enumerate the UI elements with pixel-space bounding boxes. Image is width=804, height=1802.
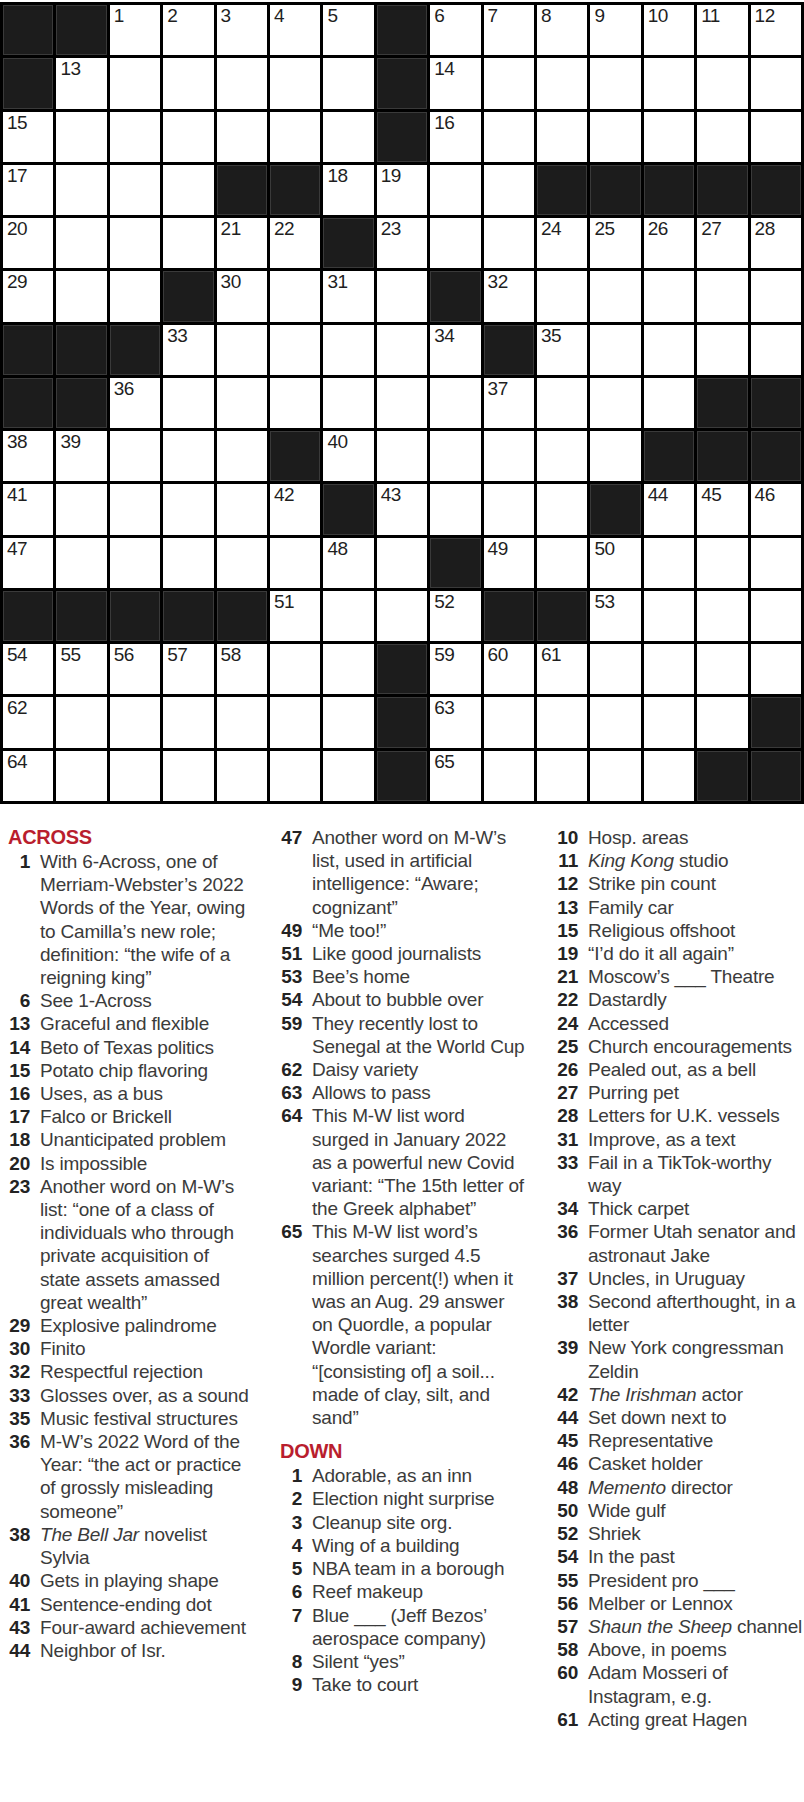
clue-number: 6 (8, 989, 30, 1012)
letter-cell[interactable]: 28 (751, 218, 801, 268)
cell-number: 39 (60, 431, 80, 453)
letter-cell[interactable] (590, 325, 640, 375)
letter-cell[interactable] (697, 644, 747, 694)
clue: 6Reef makeup (280, 1580, 526, 1603)
letter-cell[interactable] (270, 697, 320, 747)
clue-number: 39 (556, 1336, 578, 1382)
clue: 47Another word on M-W’s list, used in ar… (280, 826, 526, 919)
clue: 44Neighbor of Isr. (8, 1639, 250, 1662)
letter-cell[interactable]: 58 (217, 644, 267, 694)
block-cell (697, 431, 747, 481)
letter-cell[interactable]: 59 (430, 644, 480, 694)
letter-cell[interactable]: 42 (270, 484, 320, 534)
clue: 43Four-award achievement (8, 1616, 250, 1639)
letter-cell[interactable] (377, 591, 427, 641)
letter-cell[interactable] (590, 271, 640, 321)
letter-cell[interactable] (697, 271, 747, 321)
clue-number: 31 (556, 1128, 578, 1151)
letter-cell[interactable] (110, 484, 160, 534)
clue-number: 13 (8, 1012, 30, 1035)
letter-cell[interactable] (110, 271, 160, 321)
clue-number: 50 (556, 1499, 578, 1522)
letter-cell[interactable]: 65 (430, 751, 480, 801)
clue-number: 54 (280, 988, 302, 1011)
clue: 52Shriek (556, 1522, 804, 1545)
clue: 62Daisy variety (280, 1058, 526, 1081)
letter-cell[interactable]: 15 (3, 112, 53, 162)
block-cell (110, 325, 160, 375)
clue-text: Election night surprise (312, 1487, 526, 1510)
letter-cell[interactable] (484, 165, 534, 215)
crossword-grid: 1234567891011121314151617181920212223242… (0, 2, 804, 804)
letter-cell[interactable]: 33 (163, 325, 213, 375)
clue-number: 38 (556, 1290, 578, 1336)
cell-number: 62 (7, 697, 27, 719)
cell-number: 38 (7, 431, 27, 453)
clue-text: Blue ___ (Jeff Bezos’ aerospace company) (312, 1604, 526, 1650)
letter-cell[interactable] (217, 484, 267, 534)
letter-cell[interactable] (644, 58, 694, 108)
letter-cell[interactable]: 19 (377, 165, 427, 215)
clue-number: 57 (556, 1615, 578, 1638)
letter-cell[interactable]: 62 (3, 697, 53, 747)
letter-cell[interactable] (56, 697, 106, 747)
letter-cell[interactable] (377, 538, 427, 588)
letter-cell[interactable] (217, 751, 267, 801)
letter-cell[interactable] (270, 644, 320, 694)
letter-cell[interactable] (484, 431, 534, 481)
letter-cell[interactable]: 21 (217, 218, 267, 268)
letter-cell[interactable] (56, 751, 106, 801)
clue: 6See 1-Across (8, 989, 250, 1012)
letter-cell[interactable] (270, 751, 320, 801)
block-cell (3, 325, 53, 375)
letter-cell[interactable] (537, 538, 587, 588)
letter-cell[interactable] (751, 112, 801, 162)
cell-number: 14 (434, 58, 454, 80)
letter-cell[interactable] (110, 218, 160, 268)
clue-text: Former Utah senator and astronaut Jake (588, 1220, 804, 1266)
block-cell (751, 165, 801, 215)
clue-number: 43 (8, 1616, 30, 1639)
letter-cell[interactable]: 48 (323, 538, 373, 588)
letter-cell[interactable] (537, 112, 587, 162)
letter-cell[interactable] (590, 378, 640, 428)
letter-cell[interactable]: 51 (270, 591, 320, 641)
letter-cell[interactable] (217, 58, 267, 108)
letter-cell[interactable] (163, 218, 213, 268)
letter-cell[interactable] (323, 378, 373, 428)
clue-text: Family car (588, 896, 804, 919)
letter-cell[interactable] (430, 378, 480, 428)
letter-cell[interactable]: 1 (110, 5, 160, 55)
letter-cell[interactable]: 64 (3, 751, 53, 801)
letter-cell[interactable]: 29 (3, 271, 53, 321)
letter-cell[interactable] (430, 218, 480, 268)
letter-cell[interactable] (163, 431, 213, 481)
letter-cell[interactable]: 18 (323, 165, 373, 215)
clue-text: Like good journalists (312, 942, 526, 965)
clue-text: Music festival structures (40, 1407, 250, 1430)
clue-text: Unanticipated problem (40, 1128, 250, 1151)
letter-cell[interactable] (110, 697, 160, 747)
clue-number: 8 (280, 1650, 302, 1673)
letter-cell[interactable] (697, 112, 747, 162)
letter-cell[interactable]: 25 (590, 218, 640, 268)
block-cell (430, 538, 480, 588)
letter-cell[interactable]: 49 (484, 538, 534, 588)
letter-cell[interactable] (163, 58, 213, 108)
letter-cell[interactable] (484, 751, 534, 801)
clue: 3Cleanup site org. (280, 1511, 526, 1534)
cell-number: 1 (114, 5, 124, 27)
letter-cell[interactable] (323, 112, 373, 162)
clue: 33Fail in a TikTok-worthy way (556, 1151, 804, 1197)
letter-cell[interactable] (377, 378, 427, 428)
clue-text: King Kong studio (588, 849, 804, 872)
clue-text: In the past (588, 1545, 804, 1568)
letter-cell[interactable] (270, 271, 320, 321)
letter-cell[interactable] (644, 751, 694, 801)
block-cell (163, 271, 213, 321)
letter-cell[interactable]: 38 (3, 431, 53, 481)
letter-cell[interactable]: 56 (110, 644, 160, 694)
clue: 41Sentence-ending dot (8, 1593, 250, 1616)
letter-cell[interactable]: 20 (3, 218, 53, 268)
clue-text: Beto of Texas politics (40, 1036, 250, 1059)
clue-text: Pealed out, as a bell (588, 1058, 804, 1081)
letter-cell[interactable]: 12 (751, 5, 801, 55)
clue: 39New York congressman Zeldin (556, 1336, 804, 1382)
letter-cell[interactable] (163, 165, 213, 215)
clue-text: Letters for U.K. vessels (588, 1104, 804, 1127)
letter-cell[interactable] (323, 325, 373, 375)
cell-number: 47 (7, 538, 27, 560)
letter-cell[interactable]: 54 (3, 644, 53, 694)
letter-cell[interactable]: 7 (484, 5, 534, 55)
letter-cell[interactable] (751, 644, 801, 694)
clue-number: 23 (8, 1175, 30, 1314)
letter-cell[interactable] (323, 697, 373, 747)
clue-text: Daisy variety (312, 1058, 526, 1081)
letter-cell[interactable] (644, 271, 694, 321)
clue-text: Take to court (312, 1673, 526, 1696)
clue-number: 55 (556, 1569, 578, 1592)
cell-number: 54 (7, 644, 27, 666)
letter-cell[interactable] (110, 431, 160, 481)
clue-text: Gets in playing shape (40, 1569, 250, 1592)
clue: 1With 6-Across, one of Merriam-Webster’s… (8, 850, 250, 989)
clue-text: About to bubble over (312, 988, 526, 1011)
letter-cell[interactable] (270, 325, 320, 375)
cell-number: 21 (221, 218, 241, 240)
letter-cell[interactable] (644, 591, 694, 641)
letter-cell[interactable]: 60 (484, 644, 534, 694)
letter-cell[interactable]: 47 (3, 538, 53, 588)
letter-cell[interactable]: 11 (697, 5, 747, 55)
clue-number: 49 (280, 919, 302, 942)
letter-cell[interactable]: 39 (56, 431, 106, 481)
letter-cell[interactable] (751, 58, 801, 108)
clue-number: 12 (556, 872, 578, 895)
clue-number: 33 (8, 1384, 30, 1407)
letter-cell[interactable] (323, 751, 373, 801)
letter-cell[interactable] (537, 58, 587, 108)
letter-cell[interactable] (56, 112, 106, 162)
cell-number: 5 (327, 5, 337, 27)
letter-cell[interactable]: 9 (590, 5, 640, 55)
letter-cell[interactable] (110, 112, 160, 162)
letter-cell[interactable] (217, 431, 267, 481)
letter-cell[interactable] (270, 58, 320, 108)
letter-cell[interactable] (751, 325, 801, 375)
clue: 55President pro ___ (556, 1569, 804, 1592)
letter-cell[interactable] (323, 644, 373, 694)
letter-cell[interactable] (163, 484, 213, 534)
cell-number: 61 (541, 644, 561, 666)
clue-number: 1 (8, 850, 30, 989)
letter-cell[interactable]: 45 (697, 484, 747, 534)
letter-cell[interactable]: 32 (484, 271, 534, 321)
letter-cell[interactable] (56, 484, 106, 534)
block-cell (3, 591, 53, 641)
clue-number: 25 (556, 1035, 578, 1058)
letter-cell[interactable] (323, 591, 373, 641)
letter-cell[interactable] (537, 378, 587, 428)
clue: 13Family car (556, 896, 804, 919)
letter-cell[interactable] (56, 538, 106, 588)
clue-text: President pro ___ (588, 1569, 804, 1592)
letter-cell[interactable]: 17 (3, 165, 53, 215)
letter-cell[interactable] (590, 751, 640, 801)
letter-cell[interactable] (430, 165, 480, 215)
letter-cell[interactable] (590, 58, 640, 108)
letter-cell[interactable] (537, 751, 587, 801)
letter-cell[interactable] (217, 112, 267, 162)
letter-cell[interactable]: 24 (537, 218, 587, 268)
clue-text: Casket holder (588, 1452, 804, 1475)
clue-text: Church encouragements (588, 1035, 804, 1058)
letter-cell[interactable]: 26 (644, 218, 694, 268)
clue-number: 58 (556, 1638, 578, 1661)
letter-cell[interactable]: 55 (56, 644, 106, 694)
letter-cell[interactable] (697, 325, 747, 375)
clue: 54About to bubble over (280, 988, 526, 1011)
letter-cell[interactable] (590, 431, 640, 481)
clue: 42The Irishman actor (556, 1383, 804, 1406)
clue-column-1: ACROSS 1With 6-Across, one of Merriam-We… (8, 826, 250, 1662)
letter-cell[interactable] (751, 591, 801, 641)
clue-number: 9 (280, 1673, 302, 1696)
letter-cell[interactable] (644, 325, 694, 375)
letter-cell[interactable]: 57 (163, 644, 213, 694)
letter-cell[interactable]: 2 (163, 5, 213, 55)
letter-cell[interactable]: 46 (751, 484, 801, 534)
letter-cell[interactable]: 27 (697, 218, 747, 268)
letter-cell[interactable] (697, 58, 747, 108)
letter-cell[interactable] (590, 644, 640, 694)
letter-cell[interactable]: 50 (590, 538, 640, 588)
letter-cell[interactable] (484, 218, 534, 268)
clue: 48Memento director (556, 1476, 804, 1499)
letter-cell[interactable]: 6 (430, 5, 480, 55)
letter-cell[interactable] (163, 697, 213, 747)
letter-cell[interactable] (110, 165, 160, 215)
clue-number: 20 (8, 1152, 30, 1175)
cell-number: 19 (381, 165, 401, 187)
clue-column-3: 10Hosp. areas11King Kong studio12Strike … (556, 826, 804, 1731)
letter-cell[interactable] (644, 697, 694, 747)
cell-number: 24 (541, 218, 561, 240)
letter-cell[interactable]: 53 (590, 591, 640, 641)
clue-text: See 1-Across (40, 989, 250, 1012)
letter-cell[interactable]: 10 (644, 5, 694, 55)
clue-number: 2 (280, 1487, 302, 1510)
letter-cell[interactable] (163, 378, 213, 428)
letter-cell[interactable] (163, 751, 213, 801)
letter-cell[interactable]: 8 (537, 5, 587, 55)
letter-cell[interactable]: 13 (56, 58, 106, 108)
clue-text: Dastardly (588, 988, 804, 1011)
clue-text: M-W’s 2022 Word of the Year: “the act or… (40, 1430, 250, 1523)
letter-cell[interactable] (697, 697, 747, 747)
letter-cell[interactable]: 4 (270, 5, 320, 55)
block-cell (377, 751, 427, 801)
letter-cell[interactable] (751, 538, 801, 588)
letter-cell[interactable] (697, 538, 747, 588)
clue: 34Thick carpet (556, 1197, 804, 1220)
letter-cell[interactable]: 34 (430, 325, 480, 375)
letter-cell[interactable] (56, 271, 106, 321)
cell-number: 40 (327, 431, 347, 453)
block-cell (323, 484, 373, 534)
letter-cell[interactable] (217, 378, 267, 428)
clue-number: 11 (556, 849, 578, 872)
letter-cell[interactable] (217, 325, 267, 375)
cell-number: 59 (434, 644, 454, 666)
letter-cell[interactable] (644, 112, 694, 162)
letter-cell[interactable] (163, 112, 213, 162)
letter-cell[interactable] (697, 591, 747, 641)
letter-cell[interactable] (110, 58, 160, 108)
letter-cell[interactable]: 44 (644, 484, 694, 534)
clue-number: 56 (556, 1592, 578, 1615)
letter-cell[interactable]: 43 (377, 484, 427, 534)
clue: 44Set down next to (556, 1406, 804, 1429)
block-cell (590, 165, 640, 215)
letter-cell[interactable] (270, 112, 320, 162)
letter-cell[interactable] (270, 378, 320, 428)
clue-number: 42 (556, 1383, 578, 1406)
block-cell (270, 431, 320, 481)
clue-number: 7 (280, 1604, 302, 1650)
block-cell (3, 378, 53, 428)
letter-cell[interactable]: 3 (217, 5, 267, 55)
letter-cell[interactable] (270, 538, 320, 588)
block-cell (56, 5, 106, 55)
block-cell (377, 58, 427, 108)
letter-cell[interactable] (430, 431, 480, 481)
letter-cell[interactable]: 31 (323, 271, 373, 321)
letter-cell[interactable] (537, 697, 587, 747)
cell-number: 4 (274, 5, 284, 27)
clue: 27Purring pet (556, 1081, 804, 1104)
letter-cell[interactable] (377, 271, 427, 321)
letter-cell[interactable] (537, 431, 587, 481)
letter-cell[interactable] (377, 325, 427, 375)
clue: 31Improve, as a text (556, 1128, 804, 1151)
cell-number: 43 (381, 484, 401, 506)
letter-cell[interactable]: 37 (484, 378, 534, 428)
clue: 51Like good journalists (280, 942, 526, 965)
clue: 1Adorable, as an inn (280, 1464, 526, 1487)
letter-cell[interactable] (377, 431, 427, 481)
letter-cell[interactable]: 30 (217, 271, 267, 321)
clue-text: Strike pin count (588, 872, 804, 895)
letter-cell[interactable]: 61 (537, 644, 587, 694)
letter-cell[interactable]: 5 (323, 5, 373, 55)
clue-number: 30 (8, 1337, 30, 1360)
letter-cell[interactable] (110, 538, 160, 588)
letter-cell[interactable] (590, 697, 640, 747)
letter-cell[interactable] (484, 697, 534, 747)
letter-cell[interactable] (163, 538, 213, 588)
letter-cell[interactable] (644, 538, 694, 588)
letter-cell[interactable] (484, 484, 534, 534)
clue: 35Music festival structures (8, 1407, 250, 1430)
letter-cell[interactable] (644, 644, 694, 694)
letter-cell[interactable]: 23 (377, 218, 427, 268)
cell-number: 20 (7, 218, 27, 240)
letter-cell[interactable]: 22 (270, 218, 320, 268)
letter-cell[interactable] (484, 112, 534, 162)
clue-text: Accessed (588, 1012, 804, 1035)
letter-cell[interactable] (537, 484, 587, 534)
letter-cell[interactable] (217, 697, 267, 747)
letter-cell[interactable] (484, 58, 534, 108)
letter-cell[interactable]: 16 (430, 112, 480, 162)
block-cell (644, 165, 694, 215)
letter-cell[interactable] (56, 165, 106, 215)
clue-text: Explosive palindrome (40, 1314, 250, 1337)
cell-number: 48 (327, 538, 347, 560)
clue: 18Unanticipated problem (8, 1128, 250, 1151)
letter-cell[interactable]: 14 (430, 58, 480, 108)
clue-text: Silent “yes” (312, 1650, 526, 1673)
letter-cell[interactable]: 63 (430, 697, 480, 747)
letter-cell[interactable] (217, 538, 267, 588)
letter-cell[interactable]: 52 (430, 591, 480, 641)
clue-text: New York congressman Zeldin (588, 1336, 804, 1382)
cell-number: 46 (755, 484, 775, 506)
clue-text: Improve, as a text (588, 1128, 804, 1151)
letter-cell[interactable] (56, 218, 106, 268)
letter-cell[interactable] (537, 271, 587, 321)
letter-cell[interactable] (323, 58, 373, 108)
letter-cell[interactable] (751, 271, 801, 321)
clue-number: 60 (556, 1661, 578, 1707)
block-cell (484, 591, 534, 641)
letter-cell[interactable]: 35 (537, 325, 587, 375)
letter-cell[interactable]: 41 (3, 484, 53, 534)
letter-cell[interactable]: 36 (110, 378, 160, 428)
letter-cell[interactable] (644, 378, 694, 428)
letter-cell[interactable] (430, 484, 480, 534)
letter-cell[interactable] (590, 112, 640, 162)
cell-number: 33 (167, 325, 187, 347)
letter-cell[interactable] (110, 751, 160, 801)
letter-cell[interactable]: 40 (323, 431, 373, 481)
